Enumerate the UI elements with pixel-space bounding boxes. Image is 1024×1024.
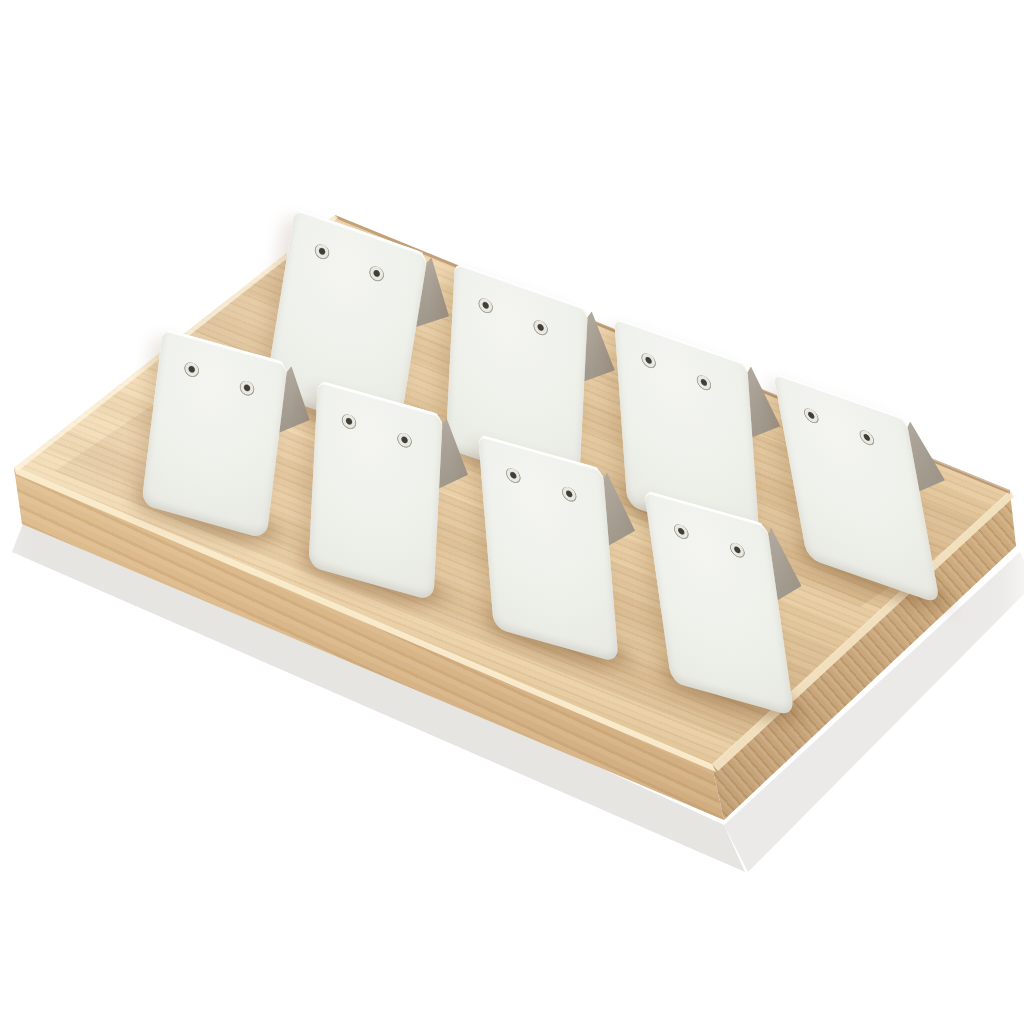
stud-hole-right <box>858 428 876 448</box>
card-top-edge-highlight <box>167 329 283 364</box>
stud-hole-left <box>313 242 331 262</box>
stud-hole-right <box>238 379 255 398</box>
stud-hole-left <box>478 296 494 316</box>
earring-card-face <box>309 380 443 601</box>
card-top-edge-highlight <box>619 319 743 365</box>
scene <box>0 0 1024 1024</box>
stud-hole-right <box>561 485 578 504</box>
stud-hole-right <box>729 541 746 560</box>
stud-hole-right <box>396 431 412 450</box>
stud-hole-left <box>673 523 690 542</box>
stud-hole-left <box>505 467 522 486</box>
stud-hole-left <box>641 351 657 371</box>
stud-hole-left <box>341 413 357 432</box>
stud-hole-right <box>696 373 712 393</box>
card-top-edge-highlight <box>778 374 902 420</box>
stud-hole-right <box>533 318 549 338</box>
earring-card-face <box>644 490 794 717</box>
cards-layer <box>0 0 1024 1024</box>
stud-hole-left <box>183 361 200 380</box>
stud-hole-left <box>802 406 820 426</box>
earring-card-face <box>773 372 940 604</box>
stud-hole-right <box>368 264 386 284</box>
earring-card-face <box>141 328 287 540</box>
